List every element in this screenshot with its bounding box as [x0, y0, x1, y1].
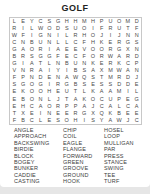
grid-cell[interactable]: M [124, 18, 133, 25]
grid-cell[interactable]: I [80, 117, 89, 124]
grid-cell[interactable]: H [71, 117, 80, 124]
grid-cell[interactable]: P [97, 18, 106, 25]
puzzle-card: GOLF LEYCSGHHMHPUOMDRILWODSUOIFRUTFWFIGN… [0, 0, 150, 187]
grid-cell[interactable]: P [71, 103, 80, 110]
grid-cell[interactable]: A [132, 103, 141, 110]
grid-cell[interactable]: U [106, 18, 115, 25]
grid-cell[interactable]: E [62, 110, 71, 117]
grid-cell[interactable]: O [115, 18, 124, 25]
grid-cell[interactable]: E [10, 89, 19, 96]
grid-cell[interactable]: G [80, 110, 89, 117]
grid-cell[interactable]: Y [97, 117, 106, 124]
grid-cell[interactable]: J [89, 103, 98, 110]
grid-cell[interactable]: E [10, 96, 19, 103]
grid-cell[interactable]: C [132, 117, 141, 124]
grid-cell[interactable]: K [89, 89, 98, 96]
grid-cell[interactable]: O [62, 117, 71, 124]
grid-cell[interactable]: E [19, 18, 28, 25]
word-search-grid: LEYCSGHHMHPUOMDRILWODSUOIFRUTFWFIGNILRHO… [9, 17, 142, 125]
grid-cell[interactable]: L [10, 18, 19, 25]
grid-cell[interactable]: C [124, 103, 133, 110]
grid-cell[interactable]: O [36, 89, 45, 96]
grid-cell[interactable]: F [10, 117, 19, 124]
grid-cell[interactable]: L [80, 89, 89, 96]
grid-cell[interactable]: M [115, 89, 124, 96]
grid-cell[interactable]: K [19, 89, 28, 96]
grid-cell[interactable]: D [132, 18, 141, 25]
grid-cell[interactable]: C [36, 18, 45, 25]
grid-cell[interactable]: C [97, 103, 106, 110]
grid-cell[interactable]: A [106, 117, 115, 124]
grid-cell[interactable]: S [45, 18, 54, 25]
grid-cell[interactable]: J [54, 96, 63, 103]
grid-cell[interactable]: O [45, 103, 54, 110]
grid-cell[interactable]: B [19, 117, 28, 124]
word-column-2: CHIPCOILEAGLEFLANGEFORWARDGREENGROOVEGRO… [63, 127, 93, 185]
grid-cell[interactable]: T [10, 110, 19, 117]
grid-cell[interactable]: N [36, 96, 45, 103]
grid-cell[interactable]: E [45, 117, 54, 124]
grid-cell[interactable]: A [106, 89, 115, 96]
grid-cell[interactable]: K [80, 96, 89, 103]
word-column-1: ANGLEAPPROACHBACKSWINGBIRDIEBLOCKBOGEYBU… [14, 127, 49, 185]
grid-cell[interactable]: H [19, 103, 28, 110]
grid-cell[interactable]: E [54, 89, 63, 96]
grid-cell[interactable]: H [62, 18, 71, 25]
grid-cell[interactable]: B [19, 96, 28, 103]
grid-cell[interactable]: M [80, 18, 89, 25]
grid-cell[interactable]: X [19, 110, 28, 117]
grid-cell[interactable]: E [124, 110, 133, 117]
grid-cell[interactable]: C [27, 103, 36, 110]
grid-cell[interactable]: A [97, 89, 106, 96]
grid-cell[interactable]: Y [27, 18, 36, 25]
grid-cell[interactable]: Q [97, 110, 106, 117]
grid-cell[interactable]: A [106, 103, 115, 110]
grid-cell[interactable]: A [80, 103, 89, 110]
grid-cell[interactable]: R [54, 103, 63, 110]
grid-cell[interactable]: B [115, 110, 124, 117]
word-item: TURF [104, 178, 134, 184]
grid-cell[interactable]: I [124, 89, 133, 96]
grid-cell[interactable]: C [97, 96, 106, 103]
grid-cell[interactable]: X [89, 110, 98, 117]
grid-cell[interactable]: H [71, 18, 80, 25]
grid-cell[interactable]: I [36, 110, 45, 117]
grid-cell[interactable]: K [106, 110, 115, 117]
grid-cell[interactable]: E [10, 103, 19, 110]
grid-cell[interactable]: S [89, 117, 98, 124]
grid-cell[interactable]: U [106, 96, 115, 103]
word-item: GROOVE [63, 165, 93, 171]
grid-cell[interactable]: J [124, 117, 133, 124]
grid-cell[interactable]: H [89, 18, 98, 25]
grid-cell[interactable]: G [132, 96, 141, 103]
grid-cell[interactable]: L [132, 89, 141, 96]
grid-cell[interactable]: A [71, 96, 80, 103]
grid-cell[interactable]: E [132, 110, 141, 117]
grid-cell[interactable]: T [62, 96, 71, 103]
grid-cell[interactable]: L [115, 103, 124, 110]
grid-cell[interactable]: P [62, 103, 71, 110]
word-item: HOOK [63, 178, 93, 184]
grid-cell[interactable]: O [89, 96, 98, 103]
grid-cell[interactable]: T [71, 89, 80, 96]
grid-cell[interactable]: A [36, 103, 45, 110]
word-column-3: HOSELLOOPMULLIGANPARPRESSSTANCESWINGTEET… [104, 127, 134, 185]
grid-cell[interactable]: W [115, 117, 124, 124]
grid-cell[interactable]: O [27, 89, 36, 96]
grid-cell[interactable]: S [54, 117, 63, 124]
grid-cell[interactable]: O [27, 96, 36, 103]
word-item: CASTING [14, 178, 49, 184]
grid-cell[interactable]: G [54, 18, 63, 25]
grid-cell[interactable]: N [45, 110, 54, 117]
grid-cell[interactable]: C [27, 117, 36, 124]
grid-cell[interactable]: R [71, 110, 80, 117]
word-item: APPROACH [14, 133, 49, 139]
puzzle-title: GOLF [0, 3, 150, 13]
grid-cell[interactable]: E [27, 110, 36, 117]
grid-cell[interactable]: L [36, 117, 45, 124]
grid-cell[interactable]: H [45, 89, 54, 96]
grid-cell[interactable]: E [124, 96, 133, 103]
grid-cell[interactable]: L [45, 96, 54, 103]
grid-cell[interactable]: U [62, 89, 71, 96]
grid-cell[interactable]: P [115, 96, 124, 103]
grid-cell[interactable]: E [54, 110, 63, 117]
